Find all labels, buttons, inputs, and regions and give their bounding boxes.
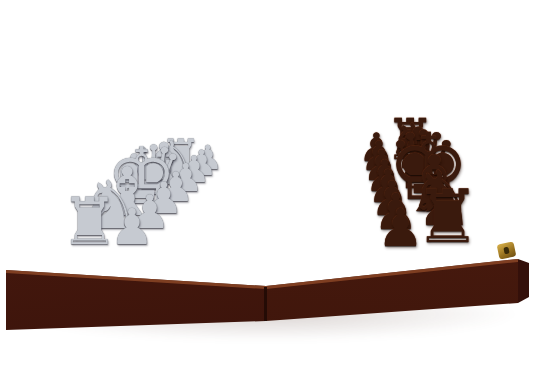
pieces-layer: ♜♞♝♛♚♝♞♜♟♟♟♟♟♟♟♟♟♟♟♟♟♟♟♟♜♞♝♛♚♝♞♜: [0, 0, 539, 389]
chess-set-photo: ♜♞♝♛♚♝♞♜♟♟♟♟♟♟♟♟♟♟♟♟♟♟♟♟♜♞♝♛♚♝♞♜: [0, 0, 539, 389]
white-pawn-h2[interactable]: ♟: [110, 204, 154, 254]
black-pawn-h7[interactable]: ♟: [377, 202, 424, 254]
black-rook-h8[interactable]: ♜: [415, 179, 481, 253]
